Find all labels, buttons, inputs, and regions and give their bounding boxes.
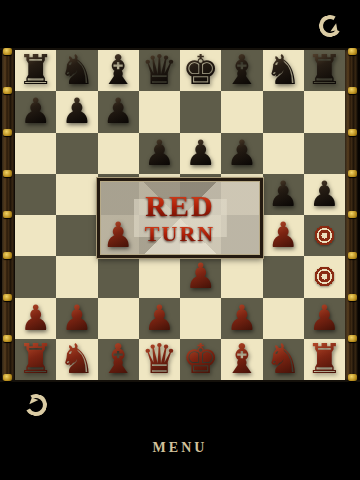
square-a6[interactable] <box>15 133 56 174</box>
frame-gold-ornament <box>348 129 357 136</box>
piece-red-queen[interactable]: ♛ <box>141 339 178 380</box>
square-e7[interactable] <box>180 91 221 132</box>
square-c3[interactable] <box>98 256 139 297</box>
rotate-board-button-top[interactable] <box>315 11 345 41</box>
piece-black-bishop[interactable]: ♝ <box>223 50 260 91</box>
square-d6[interactable]: ♟ <box>139 133 180 174</box>
menu-button-label: MENU <box>153 440 208 455</box>
square-b3[interactable] <box>56 256 97 297</box>
menu-button[interactable]: MENU <box>0 438 360 456</box>
square-a2[interactable]: ♟ <box>15 298 56 339</box>
piece-red-pawn[interactable]: ♟ <box>20 301 51 336</box>
square-a7[interactable]: ♟ <box>15 91 56 132</box>
square-c7[interactable]: ♟ <box>98 91 139 132</box>
piece-red-pawn[interactable]: ♟ <box>309 301 340 336</box>
piece-black-queen[interactable]: ♛ <box>141 50 178 91</box>
square-b6[interactable] <box>56 133 97 174</box>
square-d7[interactable] <box>139 91 180 132</box>
rotate-cw-icon <box>317 13 344 40</box>
piece-black-pawn[interactable]: ♟ <box>102 94 133 129</box>
square-c4[interactable]: ♟ <box>98 215 139 256</box>
frame-gold-ornament <box>348 211 357 218</box>
square-e6[interactable]: ♟ <box>180 133 221 174</box>
piece-black-knight[interactable]: ♞ <box>265 50 302 91</box>
turn-banner-line2: TURN <box>145 222 215 246</box>
square-f8[interactable]: ♝ <box>221 50 262 91</box>
piece-red-rook[interactable]: ♜ <box>17 339 54 380</box>
piece-black-bishop[interactable]: ♝ <box>100 50 137 91</box>
piece-red-pawn[interactable]: ♟ <box>144 301 175 336</box>
square-d8[interactable]: ♛ <box>139 50 180 91</box>
frame-gold-ornament <box>348 294 357 301</box>
square-e1[interactable]: ♚ <box>180 339 221 380</box>
square-b1[interactable]: ♞ <box>56 339 97 380</box>
frame-gold-ornament <box>348 252 357 259</box>
square-a8[interactable]: ♜ <box>15 50 56 91</box>
frame-gold-ornament <box>3 129 12 136</box>
square-a4[interactable] <box>15 215 56 256</box>
square-c2[interactable] <box>98 298 139 339</box>
square-e3[interactable]: ♟ <box>180 256 221 297</box>
piece-red-pawn[interactable]: ♟ <box>226 301 257 336</box>
piece-black-pawn[interactable]: ♟ <box>185 136 216 171</box>
frame-gold-ornament <box>348 87 357 94</box>
rotate-ccw-icon <box>23 392 50 419</box>
square-d3[interactable] <box>139 256 180 297</box>
square-f3[interactable] <box>221 256 262 297</box>
piece-black-pawn[interactable]: ♟ <box>226 136 257 171</box>
square-h3[interactable] <box>304 256 345 297</box>
square-h2[interactable]: ♟ <box>304 298 345 339</box>
square-h8[interactable]: ♜ <box>304 50 345 91</box>
square-g1[interactable]: ♞ <box>263 339 304 380</box>
square-c8[interactable]: ♝ <box>98 50 139 91</box>
square-h5[interactable]: ♟ <box>304 174 345 215</box>
square-a3[interactable] <box>15 256 56 297</box>
move-hint-h4[interactable] <box>314 225 335 246</box>
square-e8[interactable]: ♚ <box>180 50 221 91</box>
piece-red-pawn[interactable]: ♟ <box>185 259 216 294</box>
square-a1[interactable]: ♜ <box>15 339 56 380</box>
square-b7[interactable]: ♟ <box>56 91 97 132</box>
piece-red-pawn[interactable]: ♟ <box>61 301 92 336</box>
square-f6[interactable]: ♟ <box>221 133 262 174</box>
square-b8[interactable]: ♞ <box>56 50 97 91</box>
square-g8[interactable]: ♞ <box>263 50 304 91</box>
piece-black-pawn[interactable]: ♟ <box>20 94 51 129</box>
piece-red-king[interactable]: ♚ <box>182 339 219 380</box>
square-h6[interactable] <box>304 133 345 174</box>
square-b4[interactable] <box>56 215 97 256</box>
frame-gold-ornament <box>3 48 12 55</box>
piece-red-knight[interactable]: ♞ <box>58 339 95 380</box>
square-f7[interactable] <box>221 91 262 132</box>
square-h7[interactable] <box>304 91 345 132</box>
piece-black-pawn[interactable]: ♟ <box>309 177 340 212</box>
square-h1[interactable]: ♜ <box>304 339 345 380</box>
square-h4[interactable] <box>304 215 345 256</box>
frame-gold-ornament <box>3 374 12 381</box>
square-d1[interactable]: ♛ <box>139 339 180 380</box>
piece-black-pawn[interactable]: ♟ <box>144 136 175 171</box>
frame-gold-ornament <box>348 335 357 342</box>
piece-black-rook[interactable]: ♜ <box>306 50 343 91</box>
move-hint-h3[interactable] <box>314 266 335 287</box>
piece-red-bishop[interactable]: ♝ <box>100 339 137 380</box>
frame-gold-ornament <box>348 374 357 381</box>
turn-banner-line1: RED <box>145 190 214 222</box>
square-g6[interactable] <box>263 133 304 174</box>
frame-gold-ornament <box>3 170 12 177</box>
square-a5[interactable] <box>15 174 56 215</box>
square-c6[interactable] <box>98 133 139 174</box>
square-f1[interactable]: ♝ <box>221 339 262 380</box>
square-e2[interactable] <box>180 298 221 339</box>
frame-gold-ornament <box>3 87 12 94</box>
frame-gold-ornament <box>3 335 12 342</box>
square-g7[interactable] <box>263 91 304 132</box>
square-g4[interactable]: ♟ <box>263 215 304 256</box>
square-d2[interactable]: ♟ <box>139 298 180 339</box>
square-f2[interactable]: ♟ <box>221 298 262 339</box>
app-screen: ♜♞♝♛♚♝♞♜♟♟♟♟♟♟♟♟♟♟♟♟♟♟♟♟♜♞♝♛♚♝♞♜ RED TUR… <box>0 0 360 480</box>
square-g3[interactable] <box>263 256 304 297</box>
piece-red-rook[interactable]: ♜ <box>306 339 343 380</box>
frame-gold-ornament <box>348 48 357 55</box>
frame-gold-ornament <box>3 252 12 259</box>
frame-gold-ornament <box>3 211 12 218</box>
frame-gold-ornament <box>3 294 12 301</box>
square-c1[interactable]: ♝ <box>98 339 139 380</box>
piece-red-pawn[interactable]: ♟ <box>267 218 298 253</box>
piece-black-rook[interactable]: ♜ <box>17 50 54 91</box>
square-g5[interactable]: ♟ <box>263 174 304 215</box>
piece-black-knight[interactable]: ♞ <box>58 50 95 91</box>
frame-gold-ornament <box>348 170 357 177</box>
square-g2[interactable] <box>263 298 304 339</box>
piece-black-pawn[interactable]: ♟ <box>61 94 92 129</box>
piece-black-king[interactable]: ♚ <box>182 50 219 91</box>
piece-red-bishop[interactable]: ♝ <box>223 339 260 380</box>
square-b2[interactable]: ♟ <box>56 298 97 339</box>
rotate-board-button-bottom[interactable] <box>21 390 51 420</box>
piece-red-pawn[interactable]: ♟ <box>102 218 133 253</box>
piece-black-pawn[interactable]: ♟ <box>267 177 298 212</box>
piece-red-knight[interactable]: ♞ <box>265 339 302 380</box>
square-b5[interactable] <box>56 174 97 215</box>
